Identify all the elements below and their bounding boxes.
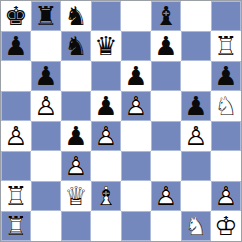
white-piece-outline: ♘: [181, 211, 211, 241]
square-d4[interactable]: ♟♙: [91, 121, 121, 151]
piece-white-king[interactable]: ♚♔: [211, 211, 241, 241]
square-c5[interactable]: [61, 91, 91, 121]
piece-black-king[interactable]: ♚: [1, 1, 31, 31]
white-piece-outline: ♔: [211, 211, 241, 241]
square-e3[interactable]: [121, 151, 151, 181]
square-c8[interactable]: ♞: [61, 1, 91, 31]
square-f8[interactable]: ♝: [151, 1, 181, 31]
square-f5[interactable]: [151, 91, 181, 121]
black-piece-glyph: ♚: [1, 1, 31, 31]
piece-black-pawn[interactable]: ♟: [151, 31, 181, 61]
piece-white-knight[interactable]: ♞♘: [211, 91, 241, 121]
piece-white-pawn[interactable]: ♟♙: [1, 121, 31, 151]
square-b5[interactable]: ♟♙: [31, 91, 61, 121]
chess-board: ♚♜♞♝♟♞♛♟♜♖♟♟♟♟♙♟♟♙♟♞♘♟♙♟♟♙♟♙♟♙♜♖♛♕♝♗♟♙♟♙…: [0, 0, 242, 242]
square-f2[interactable]: ♟♙: [151, 181, 181, 211]
black-piece-glyph: ♟: [181, 91, 211, 121]
square-d1[interactable]: [91, 211, 121, 241]
square-c2[interactable]: ♛♕: [61, 181, 91, 211]
black-piece-glyph: ♟: [151, 31, 181, 61]
square-f4[interactable]: [151, 121, 181, 151]
square-g4[interactable]: ♟♙: [181, 121, 211, 151]
square-g2[interactable]: [181, 181, 211, 211]
piece-black-pawn[interactable]: ♟: [91, 91, 121, 121]
white-piece-outline: ♙: [31, 91, 61, 121]
black-piece-glyph: ♟: [61, 121, 91, 151]
square-g8[interactable]: [181, 1, 211, 31]
piece-white-pawn[interactable]: ♟♙: [181, 121, 211, 151]
square-g5[interactable]: ♟: [181, 91, 211, 121]
square-e8[interactable]: [121, 1, 151, 31]
piece-black-pawn[interactable]: ♟: [1, 31, 31, 61]
square-b4[interactable]: [31, 121, 61, 151]
square-e1[interactable]: [121, 211, 151, 241]
piece-white-pawn[interactable]: ♟♙: [61, 151, 91, 181]
piece-black-bishop[interactable]: ♝: [151, 1, 181, 31]
piece-white-pawn[interactable]: ♟♙: [121, 91, 151, 121]
square-d3[interactable]: [91, 151, 121, 181]
white-piece-outline: ♙: [181, 121, 211, 151]
piece-black-pawn[interactable]: ♟: [61, 121, 91, 151]
piece-white-pawn[interactable]: ♟♙: [91, 121, 121, 151]
black-piece-glyph: ♟: [1, 31, 31, 61]
square-g7[interactable]: [181, 31, 211, 61]
black-piece-glyph: ♟: [91, 91, 121, 121]
piece-black-pawn[interactable]: ♟: [121, 61, 151, 91]
square-g3[interactable]: [181, 151, 211, 181]
white-piece-outline: ♙: [211, 181, 241, 211]
piece-black-pawn[interactable]: ♟: [31, 61, 61, 91]
piece-black-pawn[interactable]: ♟: [211, 61, 241, 91]
square-b2[interactable]: [31, 181, 61, 211]
white-piece-outline: ♙: [151, 181, 181, 211]
square-c3[interactable]: ♟♙: [61, 151, 91, 181]
square-h1[interactable]: ♚♔: [211, 211, 241, 241]
square-f1[interactable]: [151, 211, 181, 241]
black-piece-glyph: ♟: [211, 61, 241, 91]
piece-white-knight[interactable]: ♞♘: [181, 211, 211, 241]
square-e2[interactable]: [121, 181, 151, 211]
square-c7[interactable]: ♞: [61, 31, 91, 61]
black-piece-glyph: ♞: [61, 31, 91, 61]
black-piece-glyph: ♜: [31, 1, 61, 31]
square-a7[interactable]: ♟: [1, 31, 31, 61]
square-d5[interactable]: ♟: [91, 91, 121, 121]
piece-white-rook[interactable]: ♜♖: [1, 211, 31, 241]
white-piece-outline: ♙: [91, 121, 121, 151]
square-a2[interactable]: ♜♖: [1, 181, 31, 211]
piece-white-rook[interactable]: ♜♖: [211, 31, 241, 61]
square-c6[interactable]: [61, 61, 91, 91]
white-piece-outline: ♕: [61, 181, 91, 211]
square-f6[interactable]: [151, 61, 181, 91]
square-e4[interactable]: [121, 121, 151, 151]
square-h2[interactable]: ♟♙: [211, 181, 241, 211]
square-c1[interactable]: [61, 211, 91, 241]
square-e6[interactable]: ♟: [121, 61, 151, 91]
square-e7[interactable]: [121, 31, 151, 61]
white-piece-outline: ♘: [211, 91, 241, 121]
square-g1[interactable]: ♞♘: [181, 211, 211, 241]
piece-black-pawn[interactable]: ♟: [181, 91, 211, 121]
black-piece-glyph: ♛: [91, 31, 121, 61]
piece-white-pawn[interactable]: ♟♙: [211, 181, 241, 211]
piece-white-rook[interactable]: ♜♖: [1, 181, 31, 211]
square-a1[interactable]: ♜♖: [1, 211, 31, 241]
square-a4[interactable]: ♟♙: [1, 121, 31, 151]
white-piece-outline: ♙: [61, 151, 91, 181]
black-piece-glyph: ♟: [31, 61, 61, 91]
white-piece-outline: ♙: [121, 91, 151, 121]
square-h4[interactable]: [211, 121, 241, 151]
piece-white-bishop[interactable]: ♝♗: [91, 181, 121, 211]
square-a3[interactable]: [1, 151, 31, 181]
square-h7[interactable]: ♜♖: [211, 31, 241, 61]
piece-black-queen[interactable]: ♛: [91, 31, 121, 61]
square-a8[interactable]: ♚: [1, 1, 31, 31]
square-b7[interactable]: [31, 31, 61, 61]
square-h8[interactable]: [211, 1, 241, 31]
square-a6[interactable]: [1, 61, 31, 91]
piece-black-knight[interactable]: ♞: [61, 31, 91, 61]
square-e5[interactable]: ♟♙: [121, 91, 151, 121]
square-d2[interactable]: ♝♗: [91, 181, 121, 211]
square-f3[interactable]: [151, 151, 181, 181]
piece-black-knight[interactable]: ♞: [61, 1, 91, 31]
piece-white-pawn[interactable]: ♟♙: [151, 181, 181, 211]
piece-white-pawn[interactable]: ♟♙: [31, 91, 61, 121]
white-piece-outline: ♗: [91, 181, 121, 211]
black-piece-glyph: ♝: [151, 1, 181, 31]
square-f7[interactable]: ♟: [151, 31, 181, 61]
square-a5[interactable]: [1, 91, 31, 121]
white-piece-outline: ♖: [1, 181, 31, 211]
square-b1[interactable]: [31, 211, 61, 241]
square-h3[interactable]: [211, 151, 241, 181]
square-b6[interactable]: ♟: [31, 61, 61, 91]
square-d8[interactable]: [91, 1, 121, 31]
piece-white-queen[interactable]: ♛♕: [61, 181, 91, 211]
piece-black-rook[interactable]: ♜: [31, 1, 61, 31]
white-piece-outline: ♙: [1, 121, 31, 151]
square-h6[interactable]: ♟: [211, 61, 241, 91]
black-piece-glyph: ♟: [121, 61, 151, 91]
square-c4[interactable]: ♟: [61, 121, 91, 151]
square-g6[interactable]: [181, 61, 211, 91]
square-d7[interactable]: ♛: [91, 31, 121, 61]
white-piece-outline: ♖: [1, 211, 31, 241]
square-b3[interactable]: [31, 151, 61, 181]
white-piece-outline: ♖: [211, 31, 241, 61]
black-piece-glyph: ♞: [61, 1, 91, 31]
square-d6[interactable]: [91, 61, 121, 91]
square-b8[interactable]: ♜: [31, 1, 61, 31]
square-h5[interactable]: ♞♘: [211, 91, 241, 121]
